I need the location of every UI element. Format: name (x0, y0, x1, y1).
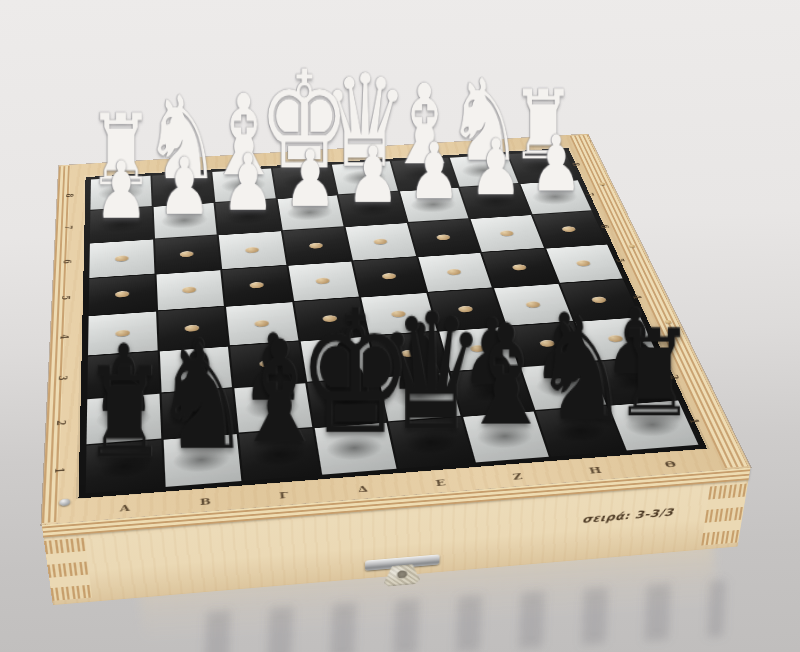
file-label-f: Ζ (512, 472, 524, 481)
square-c5[interactable] (222, 266, 291, 306)
square-a5[interactable] (89, 274, 156, 315)
photo-backdrop: ♜♞♝♚♛♝♞♜♟♟♟♟♟♟♟♟♟♟♟♟♟♟♟♟♜♞♝♚♛♝♞♜ ΑΒΓΔΕΖΗ… (0, 0, 800, 652)
white-pawn[interactable]: ♟ (408, 136, 461, 208)
brass-screw-icon (628, 244, 635, 247)
finger-joint-right (701, 483, 748, 545)
white-pawn[interactable]: ♟ (158, 151, 212, 224)
black-rook[interactable]: ♜ (82, 356, 167, 471)
square-b5[interactable] (156, 270, 224, 310)
square-d7[interactable]: ♟ (277, 195, 343, 230)
chess-board: ♜♞♝♚♛♝♞♜♟♟♟♟♟♟♟♟♟♟♟♟♟♟♟♟♜♞♝♚♛♝♞♜ ΑΒΓΔΕΖΗ… (42, 134, 751, 525)
file-label-g: Η (588, 466, 603, 475)
rank-label-5-right: 5 (614, 258, 626, 263)
rank-label-7-right: 7 (584, 192, 595, 196)
square-e7[interactable]: ♟ (339, 191, 407, 226)
clasp-hole (397, 570, 407, 578)
square-h5[interactable] (546, 244, 623, 282)
rank-label-7-left: 7 (63, 225, 74, 229)
square-d6[interactable] (282, 227, 351, 264)
file-label-h: Θ (663, 460, 677, 469)
square-b7[interactable]: ♟ (153, 203, 217, 239)
file-label-b: Β (200, 497, 212, 506)
square-c7[interactable]: ♟ (215, 199, 280, 234)
square-g5[interactable] (482, 249, 557, 288)
metal-clasp[interactable] (365, 554, 440, 590)
corner-screw-icon (59, 498, 70, 506)
file-label-e: Ε (435, 478, 447, 487)
square-c6[interactable] (219, 231, 286, 269)
black-knight[interactable]: ♞ (153, 331, 252, 465)
square-h7[interactable]: ♟ (520, 180, 592, 214)
square-b6[interactable] (155, 235, 221, 273)
rank-label-8-left: 8 (64, 193, 74, 197)
series-label: σειρά: 3-3/3 (582, 506, 675, 526)
file-label-d: Δ (357, 485, 368, 494)
rank-label-2-left: 2 (55, 420, 68, 426)
square-f6[interactable] (408, 219, 479, 256)
square-h6[interactable] (532, 211, 606, 247)
white-pawn[interactable]: ♟ (469, 132, 522, 203)
white-pawn[interactable]: ♟ (94, 155, 148, 228)
square-e6[interactable] (346, 223, 416, 260)
brass-screw-icon (599, 182, 606, 185)
file-label-c: Γ (279, 491, 289, 500)
square-g7[interactable]: ♟ (460, 184, 530, 218)
white-pawn[interactable]: ♟ (346, 140, 399, 212)
square-a6[interactable] (89, 240, 154, 278)
white-pawn[interactable]: ♟ (530, 129, 583, 200)
chess-box: ♜♞♝♚♛♝♞♜♟♟♟♟♟♟♟♟♟♟♟♟♟♟♟♟♜♞♝♚♛♝♞♜ ΑΒΓΔΕΖΗ… (42, 134, 751, 525)
finger-joint-left (44, 538, 92, 601)
square-g6[interactable] (471, 215, 544, 251)
white-pawn[interactable]: ♟ (221, 147, 274, 219)
white-pawn[interactable]: ♟ (284, 143, 337, 215)
square-a7[interactable]: ♟ (90, 207, 153, 243)
file-label-a: Α (120, 504, 130, 513)
square-a1[interactable]: ♜ (86, 440, 163, 494)
square-f7[interactable]: ♟ (399, 188, 468, 223)
square-b1[interactable]: ♞ (163, 434, 241, 487)
scene: ♜♞♝♚♛♝♞♜♟♟♟♟♟♟♟♟♟♟♟♟♟♟♟♟♜♞♝♚♛♝♞♜ ΑΒΓΔΕΖΗ… (55, 0, 665, 602)
